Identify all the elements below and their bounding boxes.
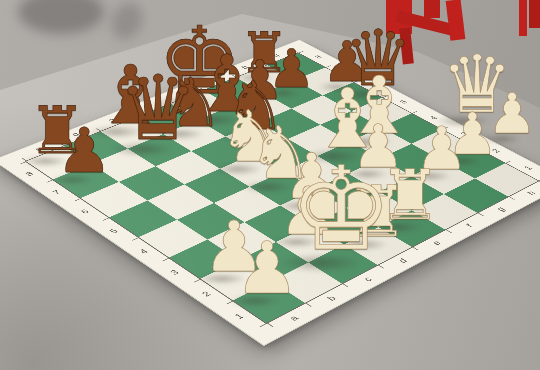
border-tick <box>259 323 266 327</box>
piece-brown-queen-c7[interactable]: ♛ <box>118 63 198 152</box>
border-tick <box>132 237 139 240</box>
rank-label-left-7: 7 <box>52 190 63 196</box>
rank-label-left-5: 5 <box>108 228 120 235</box>
rank-label-left-1: 1 <box>233 313 245 321</box>
border-tick <box>102 217 109 220</box>
border-tick <box>305 303 311 307</box>
border-tick <box>505 160 510 163</box>
red-chair-edge <box>519 0 527 36</box>
border-tick <box>267 323 273 327</box>
file-label-near-b: b <box>326 295 338 302</box>
border-tick <box>21 158 26 161</box>
red-chair-seat <box>424 0 440 18</box>
border-tick <box>445 230 451 233</box>
piece-brown-pawn-a7[interactable]: ♟ <box>57 120 113 182</box>
file-label-near-d: d <box>397 258 409 265</box>
border-tick <box>412 247 418 250</box>
piece-white-king-c1[interactable]: ♚ <box>289 151 393 267</box>
border-tick <box>342 284 348 288</box>
border-tick <box>509 197 515 200</box>
file-label-near-h: h <box>526 190 537 196</box>
rank-label-left-6: 6 <box>80 209 91 215</box>
chess-set-photo: aa11bb22cc33dd44ee55ff66gg77hh88 ♜♝♚♜♟♛♞… <box>0 0 540 370</box>
rank-label-right-1: 1 <box>523 165 534 171</box>
border-tick <box>162 258 169 261</box>
rank-label-left-3: 3 <box>169 269 181 276</box>
file-label-near-g: g <box>495 206 507 212</box>
red-chair-edge <box>529 0 540 28</box>
border-tick <box>226 301 233 305</box>
piece-white-pawn-a1[interactable]: ♟ <box>235 232 300 304</box>
rank-label-left-4: 4 <box>138 248 150 255</box>
file-label-near-c: c <box>362 276 374 283</box>
border-tick <box>19 161 25 164</box>
border-tick <box>478 213 484 216</box>
border-tick <box>193 279 200 282</box>
border-tick <box>74 198 81 201</box>
file-label-near-f: f <box>465 223 475 228</box>
file-label-near-e: e <box>431 240 443 247</box>
file-label-near-a: a <box>288 315 301 323</box>
border-tick <box>46 180 52 183</box>
rank-label-left-2: 2 <box>201 291 213 298</box>
rank-label-left-8: 8 <box>24 171 35 177</box>
